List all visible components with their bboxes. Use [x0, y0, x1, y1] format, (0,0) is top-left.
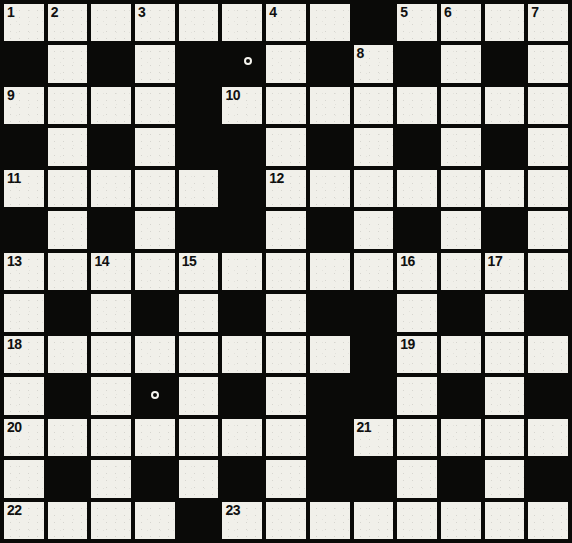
blocked-cell-r9c12: [528, 377, 568, 414]
letter-cell-r4c6[interactable]: 12: [266, 170, 306, 207]
letter-cell-r4c4[interactable]: [179, 170, 219, 207]
letter-cell-r8c7[interactable]: [310, 336, 350, 373]
blocked-cell-r7c7: [310, 294, 350, 331]
letter-cell-r10c2[interactable]: [91, 419, 131, 456]
blocked-cell-r1c2: [91, 45, 131, 82]
letter-cell-r8c6[interactable]: [266, 336, 306, 373]
blocked-cell-r9c10: [441, 377, 481, 414]
letter-cell-r0c2[interactable]: [91, 4, 131, 41]
letter-cell-r12c1[interactable]: [48, 502, 88, 539]
letter-cell-r12c5[interactable]: 23: [222, 502, 262, 539]
letter-cell-r6c9[interactable]: 16: [397, 253, 437, 290]
blocked-cell-r5c5: [222, 211, 262, 248]
clue-number-15: 15: [182, 254, 197, 269]
letter-cell-r12c8[interactable]: [354, 502, 394, 539]
clue-number-11: 11: [7, 171, 21, 186]
clue-number-13: 13: [7, 254, 22, 269]
blocked-cell-r9c8: [354, 377, 394, 414]
blocked-cell-r5c9: [397, 211, 437, 248]
blocked-cell-r9c3: [135, 377, 175, 414]
letter-cell-r4c10[interactable]: [441, 170, 481, 207]
blocked-cell-r5c7: [310, 211, 350, 248]
blocked-cell-r9c7: [310, 377, 350, 414]
letter-cell-r6c3[interactable]: [135, 253, 175, 290]
blocked-cell-r11c5: [222, 460, 262, 497]
letter-cell-r1c12[interactable]: [528, 45, 568, 82]
letter-cell-r10c8[interactable]: 21: [354, 419, 394, 456]
clue-number-22: 22: [7, 503, 22, 518]
clue-number-14: 14: [94, 254, 109, 269]
letter-cell-r7c2[interactable]: [91, 294, 131, 331]
letter-cell-r10c3[interactable]: [135, 419, 175, 456]
blocked-cell-r11c1: [48, 460, 88, 497]
clue-number-9: 9: [7, 88, 14, 103]
letter-cell-r10c9[interactable]: [397, 419, 437, 456]
letter-cell-r5c10[interactable]: [441, 211, 481, 248]
letter-cell-r2c12[interactable]: [528, 87, 568, 124]
blocked-cell-r11c7: [310, 460, 350, 497]
letter-cell-r7c6[interactable]: [266, 294, 306, 331]
letter-cell-r9c0[interactable]: [4, 377, 44, 414]
letter-cell-r0c3[interactable]: 3: [135, 4, 175, 41]
letter-cell-r0c11[interactable]: [485, 4, 525, 41]
blocked-cell-r1c9: [397, 45, 437, 82]
letter-cell-r1c1[interactable]: [48, 45, 88, 82]
blocked-cell-r3c7: [310, 128, 350, 165]
blocked-cell-r3c5: [222, 128, 262, 165]
letter-cell-r8c0[interactable]: 18: [4, 336, 44, 373]
blocked-cell-r3c11: [485, 128, 525, 165]
blocked-cell-r9c1: [48, 377, 88, 414]
blocked-cell-r5c11: [485, 211, 525, 248]
letter-cell-r6c2[interactable]: 14: [91, 253, 131, 290]
letter-cell-r9c4[interactable]: [179, 377, 219, 414]
letter-cell-r8c4[interactable]: [179, 336, 219, 373]
letter-cell-r11c6[interactable]: [266, 460, 306, 497]
letter-cell-r1c6[interactable]: [266, 45, 306, 82]
letter-cell-r8c9[interactable]: 19: [397, 336, 437, 373]
letter-cell-r7c11[interactable]: [485, 294, 525, 331]
letter-cell-r8c12[interactable]: [528, 336, 568, 373]
blocked-cell-r1c0: [4, 45, 44, 82]
letter-cell-r4c3[interactable]: [135, 170, 175, 207]
letter-cell-r12c10[interactable]: [441, 502, 481, 539]
letter-cell-r12c2[interactable]: [91, 502, 131, 539]
blocked-cell-r10c7: [310, 419, 350, 456]
letter-cell-r9c6[interactable]: [266, 377, 306, 414]
letter-cell-r6c8[interactable]: [354, 253, 394, 290]
blocked-cell-r4c5: [222, 170, 262, 207]
letter-cell-r2c10[interactable]: [441, 87, 481, 124]
letter-cell-r7c4[interactable]: [179, 294, 219, 331]
letter-cell-r2c7[interactable]: [310, 87, 350, 124]
clue-number-10: 10: [225, 88, 240, 103]
clue-number-19: 19: [400, 337, 415, 352]
blocked-cell-r1c11: [485, 45, 525, 82]
letter-cell-r0c1[interactable]: 2: [48, 4, 88, 41]
letter-cell-r6c4[interactable]: 15: [179, 253, 219, 290]
letter-cell-r0c10[interactable]: 6: [441, 4, 481, 41]
letter-cell-r12c6[interactable]: [266, 502, 306, 539]
letter-cell-r6c5[interactable]: [222, 253, 262, 290]
letter-cell-r10c11[interactable]: [485, 419, 525, 456]
letter-cell-r2c11[interactable]: [485, 87, 525, 124]
clue-number-4: 4: [269, 5, 276, 20]
scan-noise-ring: [151, 391, 159, 399]
letter-cell-r1c10[interactable]: [441, 45, 481, 82]
letter-cell-r4c9[interactable]: [397, 170, 437, 207]
letter-cell-r12c3[interactable]: [135, 502, 175, 539]
letter-cell-r0c6[interactable]: 4: [266, 4, 306, 41]
blocked-cell-r5c2: [91, 211, 131, 248]
letter-cell-r10c1[interactable]: [48, 419, 88, 456]
blocked-cell-r7c12: [528, 294, 568, 331]
letter-cell-r8c10[interactable]: [441, 336, 481, 373]
letter-cell-r0c9[interactable]: 5: [397, 4, 437, 41]
clue-number-18: 18: [7, 337, 22, 352]
letter-cell-r5c12[interactable]: [528, 211, 568, 248]
letter-cell-r6c11[interactable]: 17: [485, 253, 525, 290]
letter-cell-r10c4[interactable]: [179, 419, 219, 456]
letter-cell-r2c5[interactable]: 10: [222, 87, 262, 124]
letter-cell-r11c2[interactable]: [91, 460, 131, 497]
letter-cell-r3c1[interactable]: [48, 128, 88, 165]
blocked-cell-r11c10: [441, 460, 481, 497]
blocked-cell-r7c5: [222, 294, 262, 331]
letter-cell-r5c6[interactable]: [266, 211, 306, 248]
letter-cell-r3c6[interactable]: [266, 128, 306, 165]
letter-cell-r3c10[interactable]: [441, 128, 481, 165]
letter-cell-r4c1[interactable]: [48, 170, 88, 207]
letter-cell-r12c12[interactable]: [528, 502, 568, 539]
clue-number-20: 20: [7, 420, 22, 435]
blocked-cell-r1c4: [179, 45, 219, 82]
clue-number-12: 12: [269, 171, 284, 186]
letter-cell-r8c3[interactable]: [135, 336, 175, 373]
letter-cell-r10c5[interactable]: [222, 419, 262, 456]
blocked-cell-r3c9: [397, 128, 437, 165]
blocked-cell-r7c3: [135, 294, 175, 331]
letter-cell-r6c1[interactable]: [48, 253, 88, 290]
blocked-cell-r2c4: [179, 87, 219, 124]
letter-cell-r4c8[interactable]: [354, 170, 394, 207]
letter-cell-r8c1[interactable]: [48, 336, 88, 373]
clue-number-17: 17: [488, 254, 503, 269]
letter-cell-r0c7[interactable]: [310, 4, 350, 41]
letter-cell-r2c0[interactable]: 9: [4, 87, 44, 124]
letter-cell-r10c0[interactable]: 20: [4, 419, 44, 456]
letter-cell-r2c3[interactable]: [135, 87, 175, 124]
blocked-cell-r8c8: [354, 336, 394, 373]
clue-number-8: 8: [357, 46, 364, 61]
clue-number-16: 16: [400, 254, 415, 269]
blocked-cell-r5c4: [179, 211, 219, 248]
blocked-cell-r7c10: [441, 294, 481, 331]
letter-cell-r11c9[interactable]: [397, 460, 437, 497]
blocked-cell-r7c8: [354, 294, 394, 331]
letter-cell-r0c5[interactable]: [222, 4, 262, 41]
letter-cell-r12c11[interactable]: [485, 502, 525, 539]
letter-cell-r6c12[interactable]: [528, 253, 568, 290]
letter-cell-r5c8[interactable]: [354, 211, 394, 248]
blocked-cell-r1c5: [222, 45, 262, 82]
letter-cell-r9c9[interactable]: [397, 377, 437, 414]
blocked-cell-r9c5: [222, 377, 262, 414]
blocked-cell-r11c8: [354, 460, 394, 497]
letter-cell-r9c11[interactable]: [485, 377, 525, 414]
letter-cell-r11c0[interactable]: [4, 460, 44, 497]
letter-cell-r7c9[interactable]: [397, 294, 437, 331]
letter-cell-r1c3[interactable]: [135, 45, 175, 82]
letter-cell-r0c0[interactable]: 1: [4, 4, 44, 41]
letter-cell-r4c0[interactable]: 11: [4, 170, 44, 207]
crossword-board: 1234567891011121314151617181920212223: [0, 0, 572, 543]
crossword-grid: 1234567891011121314151617181920212223: [0, 0, 572, 543]
clue-number-1: 1: [7, 5, 14, 20]
clue-number-23: 23: [225, 503, 240, 518]
clue-number-2: 2: [51, 5, 58, 20]
letter-cell-r12c9[interactable]: [397, 502, 437, 539]
letter-cell-r3c3[interactable]: [135, 128, 175, 165]
letter-cell-r5c1[interactable]: [48, 211, 88, 248]
letter-cell-r6c10[interactable]: [441, 253, 481, 290]
clue-number-7: 7: [531, 5, 538, 20]
clue-number-21: 21: [357, 420, 372, 435]
clue-number-5: 5: [400, 5, 407, 20]
letter-cell-r12c7[interactable]: [310, 502, 350, 539]
blocked-cell-r3c2: [91, 128, 131, 165]
letter-cell-r3c8[interactable]: [354, 128, 394, 165]
letter-cell-r5c3[interactable]: [135, 211, 175, 248]
letter-cell-r1c8[interactable]: 8: [354, 45, 394, 82]
letter-cell-r0c12[interactable]: 7: [528, 4, 568, 41]
blocked-cell-r3c0: [4, 128, 44, 165]
letter-cell-r10c10[interactable]: [441, 419, 481, 456]
letter-cell-r12c0[interactable]: 22: [4, 502, 44, 539]
blocked-cell-r0c8: [354, 4, 394, 41]
letter-cell-r6c6[interactable]: [266, 253, 306, 290]
letter-cell-r2c2[interactable]: [91, 87, 131, 124]
letter-cell-r4c11[interactable]: [485, 170, 525, 207]
letter-cell-r2c9[interactable]: [397, 87, 437, 124]
letter-cell-r9c2[interactable]: [91, 377, 131, 414]
letter-cell-r8c11[interactable]: [485, 336, 525, 373]
letter-cell-r8c5[interactable]: [222, 336, 262, 373]
letter-cell-r7c0[interactable]: [4, 294, 44, 331]
letter-cell-r4c12[interactable]: [528, 170, 568, 207]
letter-cell-r11c11[interactable]: [485, 460, 525, 497]
clue-number-3: 3: [138, 5, 145, 20]
letter-cell-r4c2[interactable]: [91, 170, 131, 207]
letter-cell-r11c4[interactable]: [179, 460, 219, 497]
blocked-cell-r5c0: [4, 211, 44, 248]
blocked-cell-r11c12: [528, 460, 568, 497]
letter-cell-r3c12[interactable]: [528, 128, 568, 165]
blocked-cell-r11c3: [135, 460, 175, 497]
letter-cell-r6c7[interactable]: [310, 253, 350, 290]
letter-cell-r2c1[interactable]: [48, 87, 88, 124]
clue-number-6: 6: [444, 5, 451, 20]
scan-noise-ring: [244, 57, 252, 65]
blocked-cell-r7c1: [48, 294, 88, 331]
letter-cell-r0c4[interactable]: [179, 4, 219, 41]
blocked-cell-r12c4: [179, 502, 219, 539]
letter-cell-r2c8[interactable]: [354, 87, 394, 124]
letter-cell-r4c7[interactable]: [310, 170, 350, 207]
letter-cell-r8c2[interactable]: [91, 336, 131, 373]
letter-cell-r2c6[interactable]: [266, 87, 306, 124]
blocked-cell-r3c4: [179, 128, 219, 165]
blocked-cell-r1c7: [310, 45, 350, 82]
letter-cell-r6c0[interactable]: 13: [4, 253, 44, 290]
letter-cell-r10c12[interactable]: [528, 419, 568, 456]
letter-cell-r10c6[interactable]: [266, 419, 306, 456]
